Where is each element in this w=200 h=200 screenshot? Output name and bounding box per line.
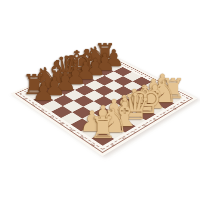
chess-set-photo: abcdefgh 87654321 ♜♞♝♛♚♝♞♜♟♟♟♟♟♟♟♟♟♟♟♟♟♟… xyxy=(0,0,200,200)
chessboard: abcdefgh 87654321 xyxy=(11,52,198,156)
board-grid xyxy=(25,58,183,146)
